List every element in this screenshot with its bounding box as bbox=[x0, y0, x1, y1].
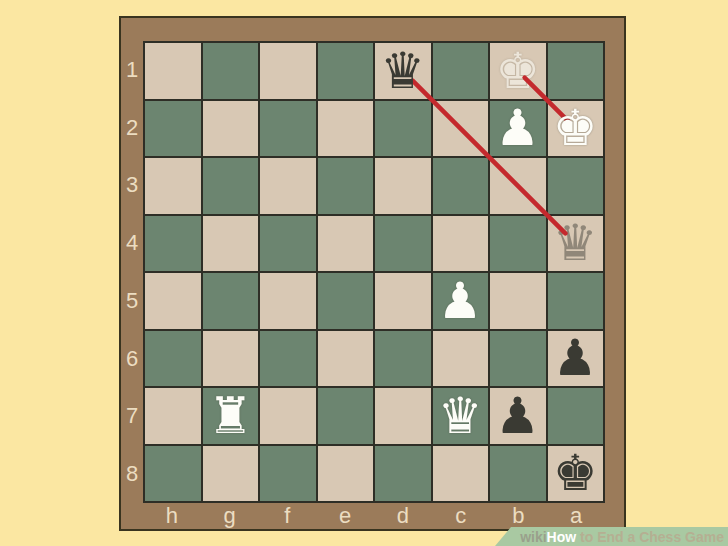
file-labels: hgfedcba bbox=[143, 503, 605, 529]
black-pawn: ♟ bbox=[495, 391, 540, 441]
square-g8 bbox=[203, 446, 259, 502]
square-f5 bbox=[260, 273, 316, 329]
square-a6: ♟ bbox=[548, 331, 604, 387]
rank-label-5: 5 bbox=[121, 272, 143, 330]
square-b2: ♟ bbox=[490, 101, 546, 157]
file-label-d: d bbox=[374, 503, 432, 529]
square-b3 bbox=[490, 158, 546, 214]
square-h2 bbox=[145, 101, 201, 157]
square-e5 bbox=[318, 273, 374, 329]
square-h3 bbox=[145, 158, 201, 214]
square-b8 bbox=[490, 446, 546, 502]
file-label-b: b bbox=[490, 503, 548, 529]
square-c7: ♛ bbox=[433, 388, 489, 444]
white-pawn: ♟ bbox=[438, 276, 483, 326]
square-b4 bbox=[490, 216, 546, 272]
square-g7: ♜ bbox=[203, 388, 259, 444]
square-e2 bbox=[318, 101, 374, 157]
rank-labels: 12345678 bbox=[121, 41, 143, 503]
square-f1 bbox=[260, 43, 316, 99]
file-label-e: e bbox=[316, 503, 374, 529]
square-c3 bbox=[433, 158, 489, 214]
square-b7: ♟ bbox=[490, 388, 546, 444]
square-d6 bbox=[375, 331, 431, 387]
square-b5 bbox=[490, 273, 546, 329]
black-king: ♚ bbox=[553, 448, 598, 498]
square-e8 bbox=[318, 446, 374, 502]
rank-label-3: 3 bbox=[121, 157, 143, 215]
square-h7 bbox=[145, 388, 201, 444]
board-grid: ♛♚♟♚♛♟♟♜♛♟♚ bbox=[143, 41, 605, 503]
wikihow-logo-wiki: wiki bbox=[520, 529, 546, 545]
square-b1: ♚ bbox=[490, 43, 546, 99]
square-c8 bbox=[433, 446, 489, 502]
square-f3 bbox=[260, 158, 316, 214]
file-label-f: f bbox=[259, 503, 317, 529]
square-d2 bbox=[375, 101, 431, 157]
square-g2 bbox=[203, 101, 259, 157]
square-e3 bbox=[318, 158, 374, 214]
watermark-title: to End a Chess Game bbox=[576, 529, 724, 545]
white-king: ♚ bbox=[553, 103, 598, 153]
square-f8 bbox=[260, 446, 316, 502]
square-d4 bbox=[375, 216, 431, 272]
rank-label-1: 1 bbox=[121, 41, 143, 99]
rank-label-6: 6 bbox=[121, 330, 143, 388]
ghost-white-king: ♚ bbox=[495, 46, 540, 96]
square-h4 bbox=[145, 216, 201, 272]
white-queen: ♛ bbox=[438, 391, 483, 441]
black-pawn: ♟ bbox=[553, 333, 598, 383]
square-d8 bbox=[375, 446, 431, 502]
square-f6 bbox=[260, 331, 316, 387]
square-c5: ♟ bbox=[433, 273, 489, 329]
rank-label-8: 8 bbox=[121, 445, 143, 503]
ghost-black-queen: ♛ bbox=[553, 218, 598, 268]
square-a7 bbox=[548, 388, 604, 444]
white-rook: ♜ bbox=[208, 391, 253, 441]
square-f7 bbox=[260, 388, 316, 444]
square-a1 bbox=[548, 43, 604, 99]
square-f2 bbox=[260, 101, 316, 157]
square-c4 bbox=[433, 216, 489, 272]
rank-label-7: 7 bbox=[121, 388, 143, 446]
square-a4: ♛ bbox=[548, 216, 604, 272]
wikihow-logo-how: How bbox=[547, 529, 577, 545]
black-queen: ♛ bbox=[380, 46, 425, 96]
wikihow-watermark: wikiHow to End a Chess Game bbox=[495, 527, 728, 546]
square-g5 bbox=[203, 273, 259, 329]
square-h5 bbox=[145, 273, 201, 329]
square-c1 bbox=[433, 43, 489, 99]
square-a5 bbox=[548, 273, 604, 329]
square-d7 bbox=[375, 388, 431, 444]
square-h8 bbox=[145, 446, 201, 502]
square-d5 bbox=[375, 273, 431, 329]
square-a2: ♚ bbox=[548, 101, 604, 157]
square-d3 bbox=[375, 158, 431, 214]
square-e7 bbox=[318, 388, 374, 444]
square-h1 bbox=[145, 43, 201, 99]
square-d1: ♛ bbox=[375, 43, 431, 99]
square-g6 bbox=[203, 331, 259, 387]
board-frame: 12345678 ♛♚♟♚♛♟♟♜♛♟♚ hgfedcba bbox=[119, 16, 626, 531]
file-label-a: a bbox=[547, 503, 605, 529]
white-pawn: ♟ bbox=[495, 103, 540, 153]
square-f4 bbox=[260, 216, 316, 272]
square-g4 bbox=[203, 216, 259, 272]
square-h6 bbox=[145, 331, 201, 387]
square-g3 bbox=[203, 158, 259, 214]
file-label-c: c bbox=[432, 503, 490, 529]
square-e6 bbox=[318, 331, 374, 387]
square-a3 bbox=[548, 158, 604, 214]
square-c2 bbox=[433, 101, 489, 157]
square-g1 bbox=[203, 43, 259, 99]
chess-diagram: 12345678 ♛♚♟♚♛♟♟♜♛♟♚ hgfedcba wikiHow to… bbox=[0, 0, 728, 546]
square-b6 bbox=[490, 331, 546, 387]
square-e4 bbox=[318, 216, 374, 272]
square-a8: ♚ bbox=[548, 446, 604, 502]
file-label-g: g bbox=[201, 503, 259, 529]
square-c6 bbox=[433, 331, 489, 387]
file-label-h: h bbox=[143, 503, 201, 529]
rank-label-2: 2 bbox=[121, 99, 143, 157]
square-e1 bbox=[318, 43, 374, 99]
rank-label-4: 4 bbox=[121, 214, 143, 272]
